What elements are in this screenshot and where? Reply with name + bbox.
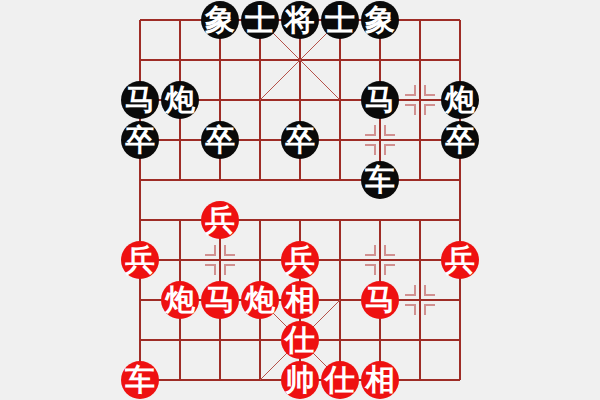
piece-black-cannon[interactable]: 炮 bbox=[441, 81, 479, 119]
xiangqi-board: 象士将士象马炮马炮卒卒卒卒车兵兵兵兵炮马炮相马仕车帅仕相 bbox=[0, 0, 600, 400]
piece-black-soldier[interactable]: 卒 bbox=[441, 121, 479, 159]
piece-red-horse[interactable]: 马 bbox=[201, 281, 239, 319]
piece-black-soldier[interactable]: 卒 bbox=[201, 121, 239, 159]
piece-red-advisor[interactable]: 仕 bbox=[281, 321, 319, 359]
piece-red-soldier[interactable]: 兵 bbox=[281, 241, 319, 279]
piece-black-chariot[interactable]: 车 bbox=[361, 161, 399, 199]
piece-red-general[interactable]: 帅 bbox=[281, 361, 319, 399]
piece-red-advisor[interactable]: 仕 bbox=[321, 361, 359, 399]
piece-red-elephant[interactable]: 相 bbox=[361, 361, 399, 399]
piece-black-horse[interactable]: 马 bbox=[121, 81, 159, 119]
piece-black-advisor[interactable]: 士 bbox=[321, 1, 359, 39]
piece-black-elephant[interactable]: 象 bbox=[201, 1, 239, 39]
piece-black-horse[interactable]: 马 bbox=[361, 81, 399, 119]
piece-red-horse[interactable]: 马 bbox=[361, 281, 399, 319]
piece-black-cannon[interactable]: 炮 bbox=[161, 81, 199, 119]
piece-black-advisor[interactable]: 士 bbox=[241, 1, 279, 39]
pieces-layer: 象士将士象马炮马炮卒卒卒卒车兵兵兵兵炮马炮相马仕车帅仕相 bbox=[0, 0, 600, 400]
piece-red-soldier[interactable]: 兵 bbox=[441, 241, 479, 279]
piece-red-elephant[interactable]: 相 bbox=[281, 281, 319, 319]
piece-black-general[interactable]: 将 bbox=[281, 1, 319, 39]
piece-red-cannon[interactable]: 炮 bbox=[241, 281, 279, 319]
piece-red-cannon[interactable]: 炮 bbox=[161, 281, 199, 319]
piece-red-soldier[interactable]: 兵 bbox=[201, 201, 239, 239]
piece-red-chariot[interactable]: 车 bbox=[121, 361, 159, 399]
piece-black-soldier[interactable]: 卒 bbox=[281, 121, 319, 159]
piece-black-soldier[interactable]: 卒 bbox=[121, 121, 159, 159]
piece-red-soldier[interactable]: 兵 bbox=[121, 241, 159, 279]
piece-black-elephant[interactable]: 象 bbox=[361, 1, 399, 39]
